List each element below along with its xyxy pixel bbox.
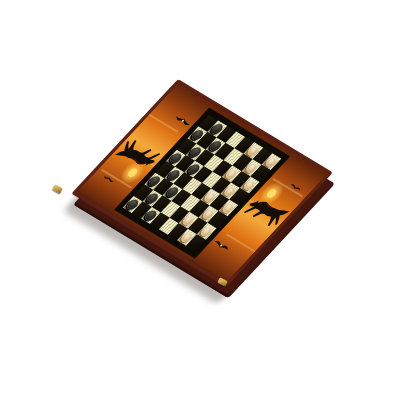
product-photo-stage: [0, 0, 400, 400]
folding-game-case: [71, 79, 333, 287]
brass-hinge: [52, 184, 63, 194]
